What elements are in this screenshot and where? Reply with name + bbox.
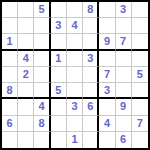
cell-r3c8[interactable]: 7 (116, 34, 132, 50)
cell-r6c7[interactable]: 3 (99, 83, 115, 99)
cell-r4c5[interactable] (67, 51, 83, 67)
cell-r6c8[interactable] (116, 83, 132, 99)
cell-r8c9[interactable]: 7 (132, 116, 148, 132)
cell-r3c2[interactable] (18, 34, 34, 50)
cell-r9c8[interactable]: 6 (116, 132, 132, 148)
cell-r1c3[interactable]: 5 (34, 2, 50, 18)
cell-r1c5[interactable] (67, 2, 83, 18)
cell-r6c1[interactable]: 8 (2, 83, 18, 99)
cell-r7c1[interactable] (2, 99, 18, 115)
cell-r6c5[interactable] (67, 83, 83, 99)
cell-r8c8[interactable] (116, 116, 132, 132)
cell-r2c8[interactable] (116, 18, 132, 34)
cell-r2c6[interactable] (83, 18, 99, 34)
cell-r9c7[interactable] (99, 132, 115, 148)
cell-r5c8[interactable] (116, 67, 132, 83)
cell-r1c7[interactable] (99, 2, 115, 18)
cell-r7c3[interactable]: 4 (34, 99, 50, 115)
cell-r6c6[interactable] (83, 83, 99, 99)
cell-r6c3[interactable] (34, 83, 50, 99)
cell-r9c5[interactable]: 1 (67, 132, 83, 148)
cell-r1c2[interactable] (18, 2, 34, 18)
cell-r4c3[interactable] (34, 51, 50, 67)
cell-r4c1[interactable] (2, 51, 18, 67)
cell-r6c4[interactable]: 5 (51, 83, 67, 99)
cell-r6c9[interactable] (132, 83, 148, 99)
cell-r7c6[interactable]: 6 (83, 99, 99, 115)
cell-r8c6[interactable] (83, 116, 99, 132)
cell-r9c2[interactable] (18, 132, 34, 148)
cell-r3c9[interactable] (132, 34, 148, 50)
cell-r5c4[interactable] (51, 67, 67, 83)
cell-r7c5[interactable]: 3 (67, 99, 83, 115)
cell-r1c1[interactable] (2, 2, 18, 18)
cell-r1c6[interactable]: 8 (83, 2, 99, 18)
cell-r4c4[interactable]: 1 (51, 51, 67, 67)
cell-r8c1[interactable]: 6 (2, 116, 18, 132)
cell-r2c7[interactable] (99, 18, 115, 34)
cell-r3c7[interactable]: 9 (99, 34, 115, 50)
cell-r9c1[interactable] (2, 132, 18, 148)
cell-r8c5[interactable] (67, 116, 83, 132)
cell-r3c5[interactable] (67, 34, 83, 50)
cell-r1c9[interactable] (132, 2, 148, 18)
cell-r5c5[interactable] (67, 67, 83, 83)
cell-r4c8[interactable] (116, 51, 132, 67)
cell-r3c3[interactable] (34, 34, 50, 50)
cell-r8c3[interactable]: 8 (34, 116, 50, 132)
cell-r7c7[interactable] (99, 99, 115, 115)
cell-r5c1[interactable] (2, 67, 18, 83)
cell-r4c9[interactable] (132, 51, 148, 67)
cell-r2c9[interactable] (132, 18, 148, 34)
cell-r2c5[interactable]: 4 (67, 18, 83, 34)
cell-r2c1[interactable] (2, 18, 18, 34)
cell-r5c7[interactable]: 7 (99, 67, 115, 83)
cell-r1c8[interactable]: 3 (116, 2, 132, 18)
cell-r2c3[interactable] (34, 18, 50, 34)
cell-r8c2[interactable] (18, 116, 34, 132)
cell-r4c7[interactable] (99, 51, 115, 67)
cell-r5c3[interactable] (34, 67, 50, 83)
cell-r5c6[interactable] (83, 67, 99, 83)
cell-r2c2[interactable] (18, 18, 34, 34)
cell-r5c9[interactable]: 5 (132, 67, 148, 83)
cell-r8c7[interactable]: 4 (99, 116, 115, 132)
cell-r7c4[interactable] (51, 99, 67, 115)
cell-r9c4[interactable] (51, 132, 67, 148)
cell-r9c6[interactable] (83, 132, 99, 148)
cell-r6c2[interactable] (18, 83, 34, 99)
sudoku-board: 583341974132758534369684716 (0, 0, 150, 150)
cell-r7c8[interactable]: 9 (116, 99, 132, 115)
cell-r3c6[interactable] (83, 34, 99, 50)
cell-r3c4[interactable] (51, 34, 67, 50)
cell-r4c2[interactable]: 4 (18, 51, 34, 67)
cell-r3c1[interactable]: 1 (2, 34, 18, 50)
cell-r7c9[interactable] (132, 99, 148, 115)
cell-r9c3[interactable] (34, 132, 50, 148)
cell-r2c4[interactable]: 3 (51, 18, 67, 34)
cell-r4c6[interactable]: 3 (83, 51, 99, 67)
cell-r5c2[interactable]: 2 (18, 67, 34, 83)
cell-r9c9[interactable] (132, 132, 148, 148)
cell-r7c2[interactable] (18, 99, 34, 115)
cell-r1c4[interactable] (51, 2, 67, 18)
cell-r8c4[interactable] (51, 116, 67, 132)
